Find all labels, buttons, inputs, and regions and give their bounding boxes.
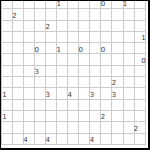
board-cell[interactable] [35,54,46,65]
board-cell[interactable] [57,122,68,133]
board-cell[interactable] [2,66,13,77]
board-cell[interactable] [79,9,90,20]
clue-digit: 3 [110,91,118,99]
board-cell[interactable] [24,0,35,9]
board-cell[interactable] [124,32,135,43]
board-cell[interactable] [2,32,13,43]
board-cell[interactable] [135,9,146,20]
board-cell[interactable] [124,100,135,111]
board-cell[interactable] [24,9,35,20]
board-cell[interactable] [2,122,13,133]
board-cell[interactable] [124,43,135,54]
board-cell[interactable] [79,111,90,122]
board-cell[interactable] [35,0,46,9]
board-cell[interactable] [24,88,35,99]
board-cell[interactable] [79,66,90,77]
board-cell[interactable] [124,77,135,88]
board-cell[interactable] [112,134,123,145]
board-cell[interactable] [57,32,68,43]
board [1,0,146,145]
board-cell[interactable] [2,21,13,32]
clue-digit: 0 [99,0,107,8]
board-cell[interactable] [46,100,57,111]
board-cell[interactable] [57,100,68,111]
board-cell[interactable] [90,21,101,32]
board-cell[interactable] [135,43,146,54]
board-cell[interactable] [24,100,35,111]
board-cell[interactable] [135,100,146,111]
board-cell[interactable] [57,54,68,65]
board-cell[interactable] [24,111,35,122]
board-cell[interactable] [2,100,13,111]
board-cell[interactable] [135,21,146,32]
board-cell[interactable] [13,54,24,65]
board-cell[interactable] [101,134,112,145]
board-cell[interactable] [101,122,112,133]
board-cell[interactable] [112,66,123,77]
clue-digit: 0 [99,46,107,54]
board-cell[interactable] [90,77,101,88]
board-cell[interactable] [46,54,57,65]
board-cell[interactable] [13,43,24,54]
board-cell[interactable] [46,32,57,43]
board-cell[interactable] [135,88,146,99]
clue-digit: 2 [132,125,140,133]
board-cell[interactable] [112,32,123,43]
board-cell[interactable] [68,66,79,77]
board-cell[interactable] [101,66,112,77]
board-cell[interactable] [68,9,79,20]
board-cell[interactable] [135,134,146,145]
board-cell[interactable] [57,134,68,145]
clue-digit: 1 [1,113,9,121]
board-cell[interactable] [90,54,101,65]
board-cell[interactable] [135,66,146,77]
board-cell[interactable] [79,21,90,32]
board-cell[interactable] [101,32,112,43]
clue-digit: 4 [88,136,96,144]
board-cell[interactable] [90,100,101,111]
board-cell[interactable] [79,54,90,65]
board-cell[interactable] [68,21,79,32]
clue-digit: 1 [55,46,63,54]
board-cell[interactable] [13,32,24,43]
board-cell[interactable] [101,54,112,65]
clue-digit: 1 [55,0,63,8]
board-cell[interactable] [90,9,101,20]
board-cell[interactable] [112,21,123,32]
board-cell[interactable] [13,88,24,99]
board-cell[interactable] [135,111,146,122]
clue-digit: 0 [77,46,85,54]
board-cell[interactable] [68,32,79,43]
board-cell[interactable] [35,32,46,43]
board-cell[interactable] [57,66,68,77]
clue-digit: 4 [44,136,52,144]
board-cell[interactable] [124,66,135,77]
board-cell[interactable] [57,111,68,122]
board-cell[interactable] [68,122,79,133]
board-cell[interactable] [46,122,57,133]
clue-digit: 4 [66,91,74,99]
board-cell[interactable] [2,77,13,88]
board-cell[interactable] [13,122,24,133]
board-cell[interactable] [68,111,79,122]
board-cell[interactable] [79,100,90,111]
board-cell[interactable] [90,122,101,133]
board-cell[interactable] [124,21,135,32]
board-cell[interactable] [46,111,57,122]
board-cell[interactable] [124,134,135,145]
board-cell[interactable] [68,54,79,65]
board-cell[interactable] [24,122,35,133]
board-cell[interactable] [135,0,146,9]
clue-digit: 0 [140,57,148,65]
board-cell[interactable] [90,32,101,43]
board-cell[interactable] [124,9,135,20]
board-cell[interactable] [35,9,46,20]
board-cell[interactable] [35,111,46,122]
clue-digit: 3 [33,68,41,76]
board-cell[interactable] [112,9,123,20]
board-cell[interactable] [57,77,68,88]
board-cell[interactable] [101,100,112,111]
board-cell[interactable] [79,32,90,43]
clue-digit: 2 [99,113,107,121]
board-cell[interactable] [112,54,123,65]
clue-digit: 1 [121,0,129,8]
board-cell[interactable] [124,88,135,99]
board-cell[interactable] [79,0,90,9]
board-cell[interactable] [24,54,35,65]
board-cell[interactable] [79,122,90,133]
clue-digit: 1 [1,91,9,99]
board-cell[interactable] [101,21,112,32]
board-cell[interactable] [68,134,79,145]
board-cell[interactable] [101,9,112,20]
board-cell[interactable] [13,0,24,9]
board-cell[interactable] [112,43,123,54]
board-cell[interactable] [13,66,24,77]
board-cell[interactable] [2,54,13,65]
board-cell[interactable] [24,32,35,43]
clue-digit: 0 [33,46,41,54]
board-cell[interactable] [79,77,90,88]
board-cell[interactable] [124,54,135,65]
board-cell[interactable] [57,9,68,20]
clue-digit: 4 [22,136,30,144]
board-cell[interactable] [13,21,24,32]
board-cell[interactable] [57,21,68,32]
board-cell[interactable] [13,77,24,88]
clue-digit: 2 [110,79,118,87]
board-cell[interactable] [46,66,57,77]
puzzle-screenshot: 101221010003213433122444 [0,0,150,150]
board-cell[interactable] [112,100,123,111]
board-cell[interactable] [2,43,13,54]
board-cell[interactable] [124,111,135,122]
board-cell[interactable] [13,100,24,111]
clue-digit: 3 [88,91,96,99]
board-cell[interactable] [35,100,46,111]
board-cell[interactable] [112,111,123,122]
clue-digit: 3 [44,91,52,99]
board-cell[interactable] [2,0,13,9]
board-cell[interactable] [68,0,79,9]
clue-digit: 1 [140,34,148,42]
board-cell[interactable] [35,77,46,88]
board-cell[interactable] [2,134,13,145]
board-cell[interactable] [68,100,79,111]
board-cell[interactable] [35,122,46,133]
board-cell[interactable] [46,77,57,88]
board-cell[interactable] [46,9,57,20]
clue-digit: 2 [11,12,19,20]
board-cell[interactable] [24,77,35,88]
board-cell[interactable] [135,77,146,88]
board-cell[interactable] [112,122,123,133]
board-cell[interactable] [68,77,79,88]
board-cell[interactable] [24,21,35,32]
board-cell[interactable] [90,66,101,77]
board-cell[interactable] [13,111,24,122]
clue-digit: 2 [44,23,52,31]
